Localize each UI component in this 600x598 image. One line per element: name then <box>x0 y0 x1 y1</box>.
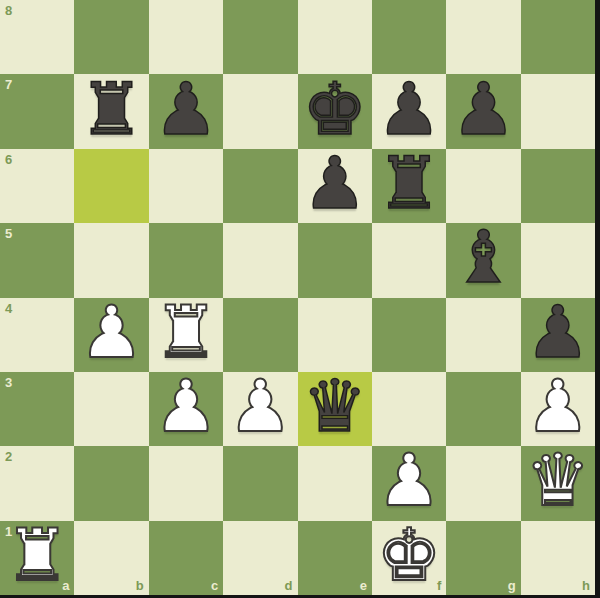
square-f1[interactable]: f♚ <box>372 521 446 595</box>
square-g5[interactable]: ♝ <box>446 223 520 297</box>
square-c2[interactable] <box>149 446 223 520</box>
square-h6[interactable] <box>521 149 595 223</box>
square-f8[interactable] <box>372 0 446 74</box>
square-g7[interactable]: ♟ <box>446 74 520 148</box>
file-label: d <box>285 579 293 592</box>
square-e8[interactable] <box>298 0 372 74</box>
square-c3[interactable]: ♟ <box>149 372 223 446</box>
square-a6[interactable]: 6 <box>0 149 74 223</box>
piece-white-pawn[interactable]: ♟ <box>526 369 591 443</box>
square-b3[interactable] <box>74 372 148 446</box>
square-b6[interactable] <box>74 149 148 223</box>
piece-black-pawn[interactable]: ♟ <box>377 72 442 146</box>
file-label: b <box>136 579 144 592</box>
piece-white-rook[interactable]: ♜ <box>5 518 70 592</box>
square-a3[interactable]: 3 <box>0 372 74 446</box>
rank-label: 6 <box>5 153 12 166</box>
square-h3[interactable]: ♟ <box>521 372 595 446</box>
square-d8[interactable] <box>223 0 297 74</box>
square-e6[interactable]: ♟ <box>298 149 372 223</box>
square-g1[interactable]: g <box>446 521 520 595</box>
square-c8[interactable] <box>149 0 223 74</box>
square-e4[interactable] <box>298 298 372 372</box>
square-d4[interactable] <box>223 298 297 372</box>
square-b5[interactable] <box>74 223 148 297</box>
file-label: h <box>582 579 590 592</box>
piece-white-pawn[interactable]: ♟ <box>154 369 219 443</box>
square-b8[interactable] <box>74 0 148 74</box>
file-label: c <box>211 579 218 592</box>
square-h1[interactable]: h <box>521 521 595 595</box>
square-b2[interactable] <box>74 446 148 520</box>
square-c6[interactable] <box>149 149 223 223</box>
square-f5[interactable] <box>372 223 446 297</box>
square-b4[interactable]: ♟ <box>74 298 148 372</box>
square-f2[interactable]: ♟ <box>372 446 446 520</box>
square-e1[interactable]: e <box>298 521 372 595</box>
file-label: g <box>508 579 516 592</box>
square-h4[interactable]: ♟ <box>521 298 595 372</box>
piece-white-king[interactable]: ♚ <box>377 518 442 592</box>
piece-black-pawn[interactable]: ♟ <box>302 146 367 220</box>
square-c5[interactable] <box>149 223 223 297</box>
square-b1[interactable]: b <box>74 521 148 595</box>
square-h5[interactable] <box>521 223 595 297</box>
square-d1[interactable]: d <box>223 521 297 595</box>
square-c1[interactable]: c <box>149 521 223 595</box>
square-e7[interactable]: ♚ <box>298 74 372 148</box>
square-e3[interactable]: ♛ <box>298 372 372 446</box>
square-g3[interactable] <box>446 372 520 446</box>
square-d5[interactable] <box>223 223 297 297</box>
square-h2[interactable]: ♛ <box>521 446 595 520</box>
piece-white-pawn[interactable]: ♟ <box>228 369 293 443</box>
piece-black-queen[interactable]: ♛ <box>302 369 367 443</box>
piece-white-rook[interactable]: ♜ <box>154 295 219 369</box>
square-e5[interactable] <box>298 223 372 297</box>
square-g4[interactable] <box>446 298 520 372</box>
piece-black-rook[interactable]: ♜ <box>79 72 144 146</box>
square-a1[interactable]: 1a♜ <box>0 521 74 595</box>
square-c7[interactable]: ♟ <box>149 74 223 148</box>
piece-black-pawn[interactable]: ♟ <box>451 72 516 146</box>
square-g6[interactable] <box>446 149 520 223</box>
piece-white-queen[interactable]: ♛ <box>526 443 591 517</box>
square-a7[interactable]: 7 <box>0 74 74 148</box>
rank-label: 3 <box>5 376 12 389</box>
square-a5[interactable]: 5 <box>0 223 74 297</box>
square-d7[interactable] <box>223 74 297 148</box>
square-d2[interactable] <box>223 446 297 520</box>
square-f6[interactable]: ♜ <box>372 149 446 223</box>
square-a4[interactable]: 4 <box>0 298 74 372</box>
piece-black-rook[interactable]: ♜ <box>377 146 442 220</box>
piece-black-bishop[interactable]: ♝ <box>451 220 516 294</box>
rank-label: 5 <box>5 227 12 240</box>
rank-label: 2 <box>5 450 12 463</box>
piece-white-pawn[interactable]: ♟ <box>79 295 144 369</box>
square-b7[interactable]: ♜ <box>74 74 148 148</box>
square-d6[interactable] <box>223 149 297 223</box>
piece-black-pawn[interactable]: ♟ <box>154 72 219 146</box>
piece-black-king[interactable]: ♚ <box>302 72 367 146</box>
square-g2[interactable] <box>446 446 520 520</box>
piece-black-pawn[interactable]: ♟ <box>526 295 591 369</box>
square-d3[interactable]: ♟ <box>223 372 297 446</box>
file-label: e <box>360 579 367 592</box>
square-h7[interactable] <box>521 74 595 148</box>
square-f7[interactable]: ♟ <box>372 74 446 148</box>
square-c4[interactable]: ♜ <box>149 298 223 372</box>
square-e2[interactable] <box>298 446 372 520</box>
square-a2[interactable]: 2 <box>0 446 74 520</box>
chess-board: 87♜♟♚♟♟6♟♜5♝4♟♜♟3♟♟♛♟2♟♛1a♜bcdef♚gh <box>0 0 595 595</box>
square-g8[interactable] <box>446 0 520 74</box>
piece-white-pawn[interactable]: ♟ <box>377 443 442 517</box>
square-a8[interactable]: 8 <box>0 0 74 74</box>
square-f4[interactable] <box>372 298 446 372</box>
square-h8[interactable] <box>521 0 595 74</box>
square-f3[interactable] <box>372 372 446 446</box>
rank-label: 4 <box>5 302 12 315</box>
rank-label: 8 <box>5 4 12 17</box>
rank-label: 7 <box>5 78 12 91</box>
